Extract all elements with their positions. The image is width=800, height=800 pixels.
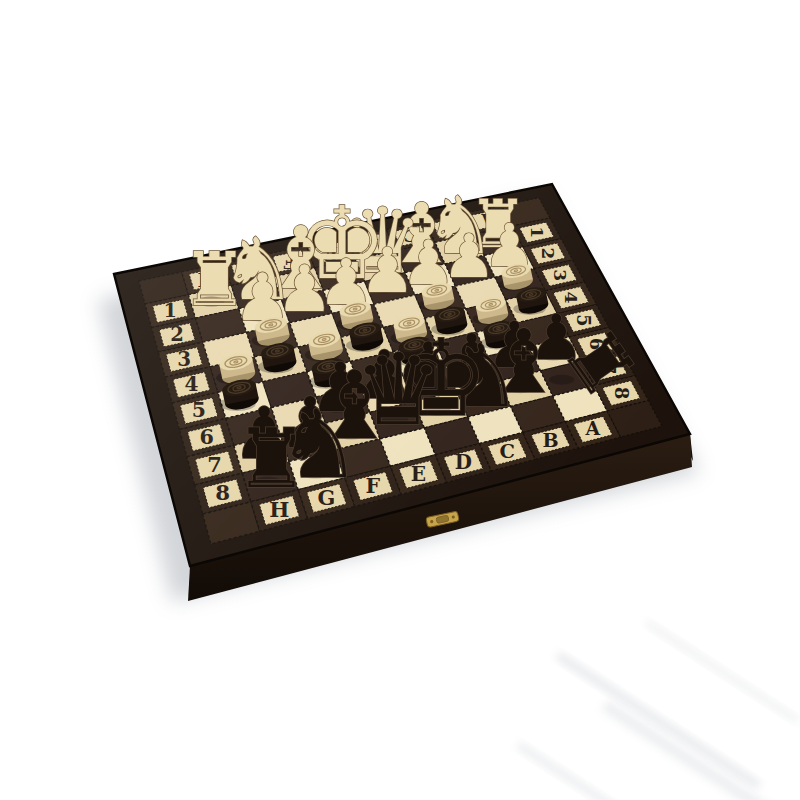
board-photo-svg: HH11GG22FF33EE44DD55CC66BB77AA88♜♞♝♟♛♟♚♟… [0, 0, 800, 800]
scene: HH11GG22FF33EE44DD55CC66BB77AA88♜♞♝♟♛♟♚♟… [0, 0, 800, 800]
backdrop-streak [556, 652, 762, 789]
black-rook-h8[interactable]: ♜ [235, 411, 308, 506]
backdrop-streak [645, 620, 799, 723]
